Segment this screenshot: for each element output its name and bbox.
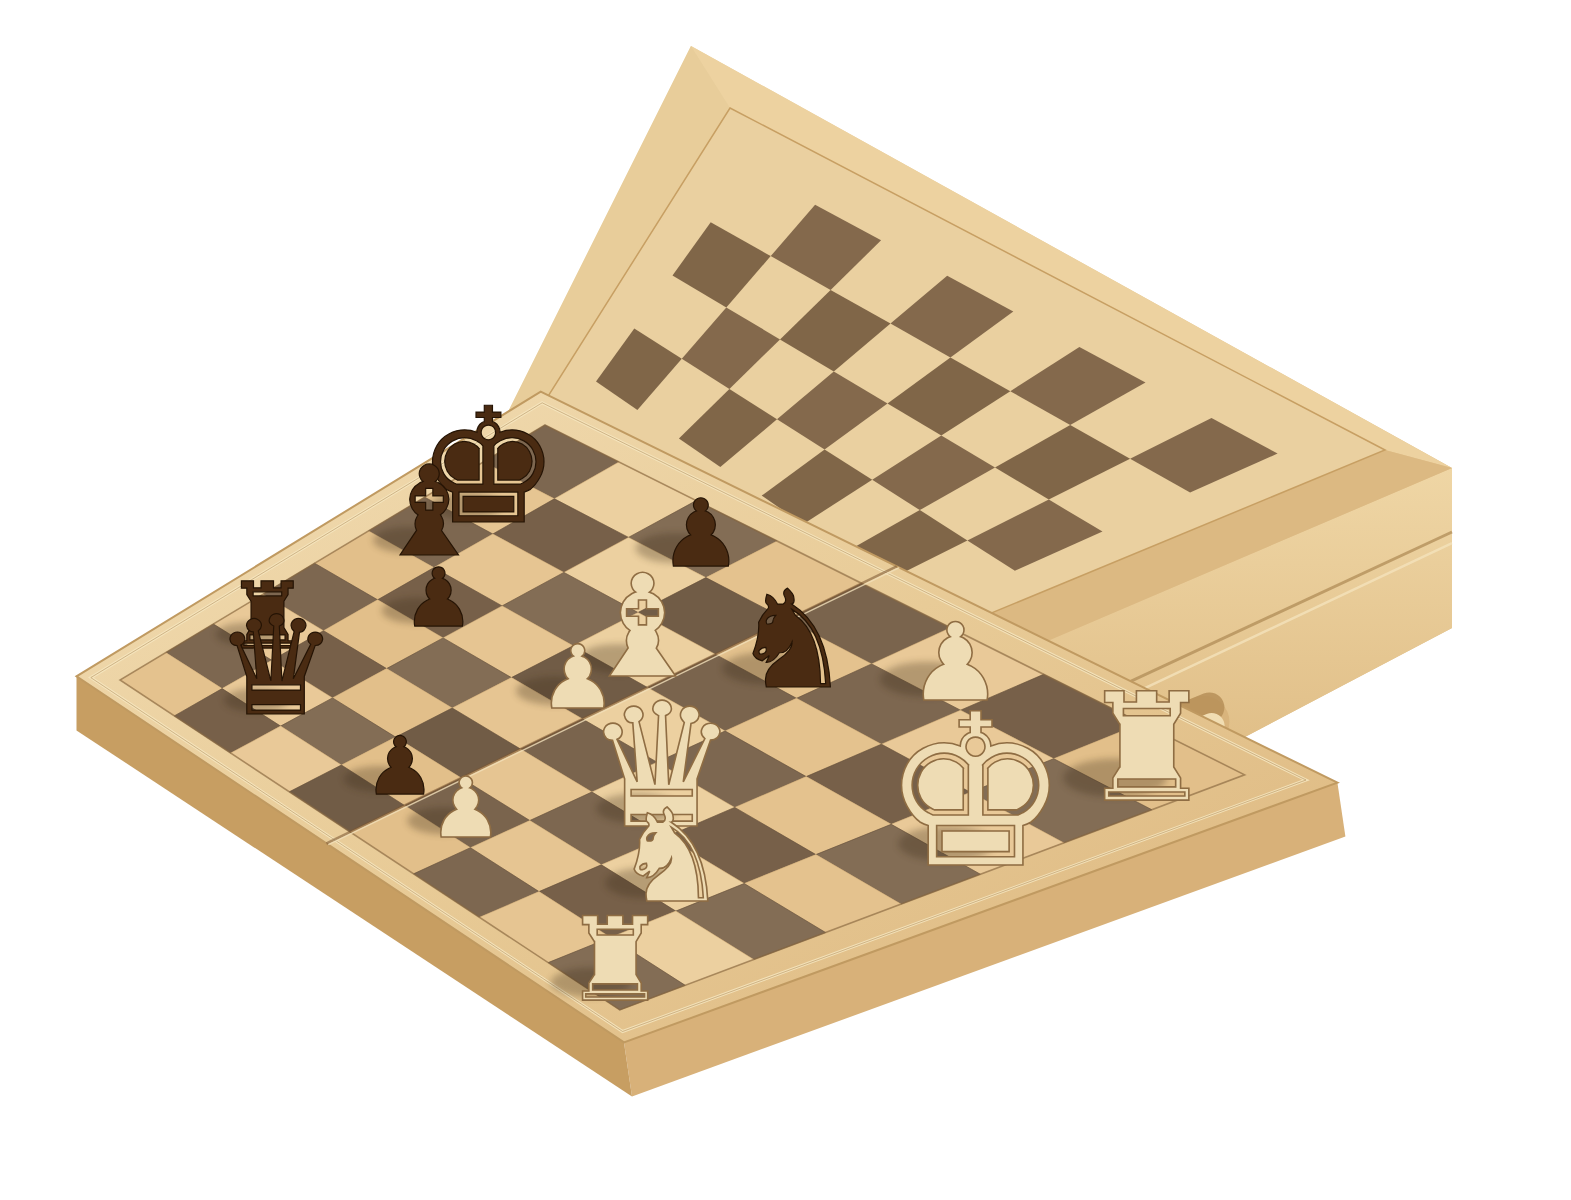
- piece-white-king-f1: ♚: [881, 669, 1070, 915]
- product-photo-chess-set: ♚♝♟♟♜♝♞♟♟♛♜♟♛♟♚♞♜: [0, 0, 1571, 1200]
- piece-black-knight-g4: ♞: [722, 561, 852, 719]
- piece-glyph-pawn: ♟: [364, 719, 436, 813]
- piece-white-rook-a1: ♜: [551, 893, 667, 1027]
- piece-glyph-pawn: ♟: [428, 759, 503, 857]
- piece-glyph-rook: ♜: [563, 893, 667, 1027]
- piece-glyph-rook: ♜: [1080, 661, 1214, 835]
- piece-glyph-queen: ♛: [215, 587, 338, 746]
- chess-set-photo-svg: ♚♝♟♟♜♝♞♟♟♛♜♟♛♟♚♞♜: [0, 0, 1571, 1200]
- piece-glyph-pawn: ♟: [402, 551, 475, 645]
- piece-white-rook-h1: ♜: [1063, 661, 1214, 835]
- scene-root: ♚♝♟♟♜♝♞♟♟♛♜♟♛♟♚♞♜: [0, 0, 1571, 1200]
- piece-black-queen-b7: ♛: [215, 587, 338, 746]
- piece-glyph-knight: ♞: [731, 561, 852, 719]
- piece-glyph-king: ♚: [881, 669, 1070, 915]
